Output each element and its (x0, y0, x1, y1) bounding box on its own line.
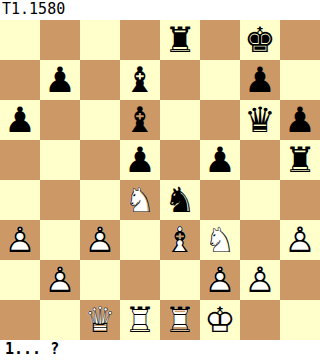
square-b5[interactable] (40, 140, 80, 180)
piece-fill: ♝ (120, 60, 160, 100)
square-d2[interactable] (120, 260, 160, 300)
square-f7[interactable] (200, 60, 240, 100)
square-e5[interactable] (160, 140, 200, 180)
square-f3[interactable]: ♞♘ (200, 220, 240, 260)
square-b8[interactable] (40, 20, 80, 60)
black-pawn[interactable]: ♟ (240, 60, 280, 100)
piece-outline: ♕ (80, 300, 120, 340)
square-h3[interactable]: ♟♙ (280, 220, 320, 260)
square-g8[interactable]: ♚ (240, 20, 280, 60)
black-bishop[interactable]: ♝ (120, 100, 160, 140)
square-a1[interactable] (0, 300, 40, 340)
square-g4[interactable] (240, 180, 280, 220)
square-g5[interactable] (240, 140, 280, 180)
square-h1[interactable] (280, 300, 320, 340)
square-h2[interactable] (280, 260, 320, 300)
square-a5[interactable] (0, 140, 40, 180)
square-h4[interactable] (280, 180, 320, 220)
square-a2[interactable] (0, 260, 40, 300)
square-c7[interactable] (80, 60, 120, 100)
square-a3[interactable]: ♟♙ (0, 220, 40, 260)
move-prompt: 1... ? (5, 340, 59, 358)
black-rook[interactable]: ♜ (160, 20, 200, 60)
move-prompt-bar: 1... ? (0, 340, 320, 360)
square-d8[interactable] (120, 20, 160, 60)
piece-outline: ♙ (280, 220, 320, 260)
square-d5[interactable]: ♟ (120, 140, 160, 180)
square-h6[interactable]: ♟ (280, 100, 320, 140)
white-pawn[interactable]: ♟♙ (240, 260, 280, 300)
square-e4[interactable]: ♞ (160, 180, 200, 220)
black-pawn[interactable]: ♟ (40, 60, 80, 100)
black-pawn[interactable]: ♟ (120, 140, 160, 180)
black-queen[interactable]: ♛ (240, 100, 280, 140)
piece-fill: ♛ (240, 100, 280, 140)
square-g6[interactable]: ♛ (240, 100, 280, 140)
white-pawn[interactable]: ♟♙ (80, 220, 120, 260)
square-d6[interactable]: ♝ (120, 100, 160, 140)
square-h7[interactable] (280, 60, 320, 100)
piece-outline: ♘ (200, 220, 240, 260)
square-b4[interactable] (40, 180, 80, 220)
square-c4[interactable] (80, 180, 120, 220)
square-b2[interactable]: ♟♙ (40, 260, 80, 300)
white-rook[interactable]: ♜♖ (120, 300, 160, 340)
white-bishop[interactable]: ♝♗ (160, 220, 200, 260)
white-knight[interactable]: ♞♘ (120, 180, 160, 220)
white-queen[interactable]: ♛♕ (80, 300, 120, 340)
white-king[interactable]: ♚♔ (200, 300, 240, 340)
piece-fill: ♟ (120, 140, 160, 180)
white-pawn[interactable]: ♟♙ (40, 260, 80, 300)
square-g2[interactable]: ♟♙ (240, 260, 280, 300)
square-g1[interactable] (240, 300, 280, 340)
puzzle-header: T1.1580 (0, 0, 320, 20)
square-h5[interactable]: ♜ (280, 140, 320, 180)
square-a8[interactable] (0, 20, 40, 60)
piece-fill: ♟ (0, 100, 40, 140)
white-pawn[interactable]: ♟♙ (200, 260, 240, 300)
square-e8[interactable]: ♜ (160, 20, 200, 60)
square-a6[interactable]: ♟ (0, 100, 40, 140)
white-pawn[interactable]: ♟♙ (280, 220, 320, 260)
piece-fill: ♚ (240, 20, 280, 60)
square-c5[interactable] (80, 140, 120, 180)
black-knight[interactable]: ♞ (160, 180, 200, 220)
square-d7[interactable]: ♝ (120, 60, 160, 100)
square-f1[interactable]: ♚♔ (200, 300, 240, 340)
piece-outline: ♖ (160, 300, 200, 340)
square-c8[interactable] (80, 20, 120, 60)
square-f6[interactable] (200, 100, 240, 140)
white-rook[interactable]: ♜♖ (160, 300, 200, 340)
piece-fill: ♟ (280, 100, 320, 140)
square-g7[interactable]: ♟ (240, 60, 280, 100)
square-c2[interactable] (80, 260, 120, 300)
square-g3[interactable] (240, 220, 280, 260)
piece-outline: ♙ (80, 220, 120, 260)
square-f4[interactable] (200, 180, 240, 220)
square-b7[interactable]: ♟ (40, 60, 80, 100)
black-pawn[interactable]: ♟ (200, 140, 240, 180)
square-h8[interactable] (280, 20, 320, 60)
square-c1[interactable]: ♛♕ (80, 300, 120, 340)
piece-fill: ♞ (160, 180, 200, 220)
square-c6[interactable] (80, 100, 120, 140)
piece-outline: ♗ (160, 220, 200, 260)
piece-fill: ♜ (160, 20, 200, 60)
piece-outline: ♔ (200, 300, 240, 340)
white-pawn[interactable]: ♟♙ (0, 220, 40, 260)
square-a7[interactable] (0, 60, 40, 100)
square-e6[interactable] (160, 100, 200, 140)
piece-fill: ♜ (280, 140, 320, 180)
square-d1[interactable]: ♜♖ (120, 300, 160, 340)
piece-outline: ♙ (200, 260, 240, 300)
square-e2[interactable] (160, 260, 200, 300)
square-f2[interactable]: ♟♙ (200, 260, 240, 300)
square-f5[interactable]: ♟ (200, 140, 240, 180)
chess-puzzle-window: T1.1580 ♜♚♟♝♟♟♝♛♟♟♟♜♞♘♞♟♙♟♙♝♗♞♘♟♙♟♙♟♙♟♙♛… (0, 0, 320, 360)
square-e1[interactable]: ♜♖ (160, 300, 200, 340)
black-king[interactable]: ♚ (240, 20, 280, 60)
square-b3[interactable] (40, 220, 80, 260)
square-a4[interactable] (0, 180, 40, 220)
chess-board[interactable]: ♜♚♟♝♟♟♝♛♟♟♟♜♞♘♞♟♙♟♙♝♗♞♘♟♙♟♙♟♙♟♙♛♕♜♖♜♖♚♔ (0, 20, 320, 340)
square-d3[interactable] (120, 220, 160, 260)
square-e7[interactable] (160, 60, 200, 100)
piece-outline: ♙ (0, 220, 40, 260)
black-rook[interactable]: ♜ (280, 140, 320, 180)
puzzle-id: T1.1580 (2, 0, 65, 18)
square-c3[interactable]: ♟♙ (80, 220, 120, 260)
piece-outline: ♙ (240, 260, 280, 300)
square-d4[interactable]: ♞♘ (120, 180, 160, 220)
black-bishop[interactable]: ♝ (120, 60, 160, 100)
piece-fill: ♝ (120, 100, 160, 140)
piece-fill: ♟ (40, 60, 80, 100)
black-pawn[interactable]: ♟ (280, 100, 320, 140)
piece-outline: ♘ (120, 180, 160, 220)
piece-outline: ♖ (120, 300, 160, 340)
piece-fill: ♟ (200, 140, 240, 180)
white-knight[interactable]: ♞♘ (200, 220, 240, 260)
black-pawn[interactable]: ♟ (0, 100, 40, 140)
square-b6[interactable] (40, 100, 80, 140)
piece-fill: ♟ (240, 60, 280, 100)
square-b1[interactable] (40, 300, 80, 340)
square-f8[interactable] (200, 20, 240, 60)
piece-outline: ♙ (40, 260, 80, 300)
square-e3[interactable]: ♝♗ (160, 220, 200, 260)
